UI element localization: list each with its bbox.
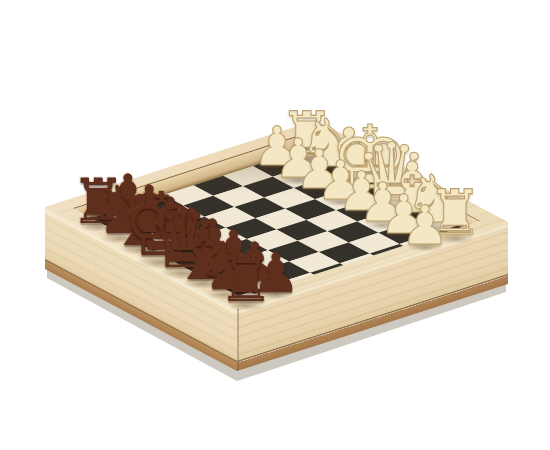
pieces-layer: ♜♞♝♛♚♝♞♜♟♟♟♟♟♟♟♟♟♟♟♟♟♟♟♟♜♞♝♛♚♝♞♜: [0, 0, 550, 450]
piece-white-pawn[interactable]: ♟: [401, 198, 449, 252]
chess-set-photo: ♜♞♝♛♚♝♞♜♟♟♟♟♟♟♟♟♟♟♟♟♟♟♟♟♜♞♝♛♚♝♞♜: [0, 0, 550, 450]
piece-black-rook[interactable]: ♜: [218, 249, 274, 311]
